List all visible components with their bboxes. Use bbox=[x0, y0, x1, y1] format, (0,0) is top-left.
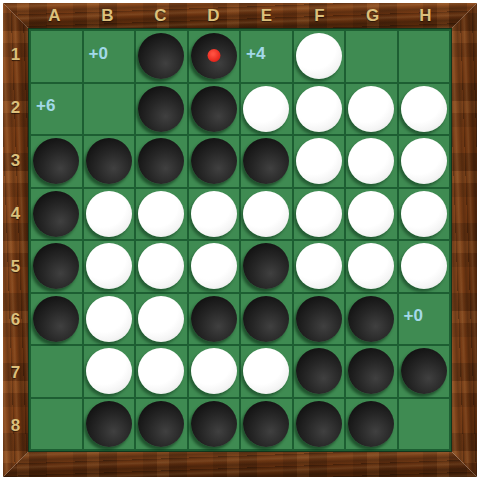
cell-C6[interactable] bbox=[136, 294, 187, 345]
row-label-4: 4 bbox=[3, 187, 28, 240]
board-frame: ABCDEFGH 12345678 +0+4+6+0 bbox=[3, 3, 477, 477]
cell-F8[interactable] bbox=[294, 399, 345, 450]
cell-F4[interactable] bbox=[294, 189, 345, 240]
white-disc-D4 bbox=[191, 191, 237, 237]
cell-C3[interactable] bbox=[136, 136, 187, 187]
cell-G8[interactable] bbox=[346, 399, 397, 450]
white-disc-C5 bbox=[138, 243, 184, 289]
black-disc-F8 bbox=[296, 401, 342, 447]
cell-H6[interactable]: +0 bbox=[399, 294, 450, 345]
white-disc-F2 bbox=[296, 86, 342, 132]
cell-D6[interactable] bbox=[189, 294, 240, 345]
white-disc-B5 bbox=[86, 243, 132, 289]
cell-C8[interactable] bbox=[136, 399, 187, 450]
frame-right-rail bbox=[452, 3, 477, 477]
black-disc-D8 bbox=[191, 401, 237, 447]
col-label-D: D bbox=[187, 3, 240, 28]
cell-E1[interactable]: +4 bbox=[241, 31, 292, 82]
cell-H1[interactable] bbox=[399, 31, 450, 82]
black-disc-G7 bbox=[348, 348, 394, 394]
black-disc-E6 bbox=[243, 296, 289, 342]
white-disc-H2 bbox=[401, 86, 447, 132]
cell-G2[interactable] bbox=[346, 84, 397, 135]
black-disc-F7 bbox=[296, 348, 342, 394]
white-disc-F4 bbox=[296, 191, 342, 237]
white-disc-C6 bbox=[138, 296, 184, 342]
move-evaluation-H6: +0 bbox=[404, 306, 423, 326]
cell-E5[interactable] bbox=[241, 241, 292, 292]
cell-H5[interactable] bbox=[399, 241, 450, 292]
cell-F1[interactable] bbox=[294, 31, 345, 82]
cell-E7[interactable] bbox=[241, 346, 292, 397]
black-disc-H7 bbox=[401, 348, 447, 394]
cell-B4[interactable] bbox=[84, 189, 135, 240]
cell-H8[interactable] bbox=[399, 399, 450, 450]
cell-G5[interactable] bbox=[346, 241, 397, 292]
cell-H2[interactable] bbox=[399, 84, 450, 135]
othello-app-window: ABCDEFGH 12345678 +0+4+6+0 bbox=[0, 0, 480, 480]
cell-E4[interactable] bbox=[241, 189, 292, 240]
othello-board: +0+4+6+0 bbox=[28, 28, 452, 452]
white-disc-G4 bbox=[348, 191, 394, 237]
cell-D3[interactable] bbox=[189, 136, 240, 187]
black-disc-A6 bbox=[33, 296, 79, 342]
black-disc-G6 bbox=[348, 296, 394, 342]
black-disc-C8 bbox=[138, 401, 184, 447]
black-disc-D1 bbox=[191, 33, 237, 79]
cell-A5[interactable] bbox=[31, 241, 82, 292]
black-disc-D2 bbox=[191, 86, 237, 132]
black-disc-C2 bbox=[138, 86, 184, 132]
cell-G7[interactable] bbox=[346, 346, 397, 397]
cell-B6[interactable] bbox=[84, 294, 135, 345]
black-disc-D3 bbox=[191, 138, 237, 184]
cell-B2[interactable] bbox=[84, 84, 135, 135]
black-disc-E5 bbox=[243, 243, 289, 289]
cell-C4[interactable] bbox=[136, 189, 187, 240]
cell-A8[interactable] bbox=[31, 399, 82, 450]
col-label-B: B bbox=[81, 3, 134, 28]
white-disc-G5 bbox=[348, 243, 394, 289]
white-disc-B4 bbox=[86, 191, 132, 237]
black-disc-C1 bbox=[138, 33, 184, 79]
cell-G1[interactable] bbox=[346, 31, 397, 82]
cell-A3[interactable] bbox=[31, 136, 82, 187]
cell-G4[interactable] bbox=[346, 189, 397, 240]
cell-E2[interactable] bbox=[241, 84, 292, 135]
cell-H3[interactable] bbox=[399, 136, 450, 187]
cell-D1[interactable] bbox=[189, 31, 240, 82]
white-disc-F3 bbox=[296, 138, 342, 184]
cell-F5[interactable] bbox=[294, 241, 345, 292]
cell-E6[interactable] bbox=[241, 294, 292, 345]
cell-F6[interactable] bbox=[294, 294, 345, 345]
row-label-8: 8 bbox=[3, 399, 28, 452]
black-disc-A4 bbox=[33, 191, 79, 237]
row-label-6: 6 bbox=[3, 293, 28, 346]
cell-D4[interactable] bbox=[189, 189, 240, 240]
cell-F7[interactable] bbox=[294, 346, 345, 397]
move-evaluation-B1: +0 bbox=[89, 44, 108, 64]
move-evaluation-E1: +4 bbox=[246, 44, 265, 64]
cell-H4[interactable] bbox=[399, 189, 450, 240]
cell-C5[interactable] bbox=[136, 241, 187, 292]
black-disc-A5 bbox=[33, 243, 79, 289]
row-label-7: 7 bbox=[3, 346, 28, 399]
white-disc-C7 bbox=[138, 348, 184, 394]
white-disc-C4 bbox=[138, 191, 184, 237]
cell-C7[interactable] bbox=[136, 346, 187, 397]
frame-bottom-rail bbox=[3, 452, 477, 477]
white-disc-H4 bbox=[401, 191, 447, 237]
cell-B3[interactable] bbox=[84, 136, 135, 187]
cell-A2[interactable]: +6 bbox=[31, 84, 82, 135]
move-evaluation-A2: +6 bbox=[36, 96, 55, 116]
cell-G3[interactable] bbox=[346, 136, 397, 187]
white-disc-E2 bbox=[243, 86, 289, 132]
cell-D2[interactable] bbox=[189, 84, 240, 135]
cell-A7[interactable] bbox=[31, 346, 82, 397]
row-label-2: 2 bbox=[3, 81, 28, 134]
cell-B7[interactable] bbox=[84, 346, 135, 397]
cell-G6[interactable] bbox=[346, 294, 397, 345]
cell-D8[interactable] bbox=[189, 399, 240, 450]
white-disc-B7 bbox=[86, 348, 132, 394]
black-disc-B8 bbox=[86, 401, 132, 447]
col-label-E: E bbox=[240, 3, 293, 28]
cell-F3[interactable] bbox=[294, 136, 345, 187]
row-label-5: 5 bbox=[3, 240, 28, 293]
black-disc-E3 bbox=[243, 138, 289, 184]
white-disc-E4 bbox=[243, 191, 289, 237]
cell-F2[interactable] bbox=[294, 84, 345, 135]
cell-B8[interactable] bbox=[84, 399, 135, 450]
cell-A6[interactable] bbox=[31, 294, 82, 345]
col-label-F: F bbox=[293, 3, 346, 28]
black-disc-D6 bbox=[191, 296, 237, 342]
cell-E3[interactable] bbox=[241, 136, 292, 187]
last-move-marker bbox=[207, 49, 220, 62]
col-label-C: C bbox=[134, 3, 187, 28]
cell-D7[interactable] bbox=[189, 346, 240, 397]
cell-H7[interactable] bbox=[399, 346, 450, 397]
white-disc-F5 bbox=[296, 243, 342, 289]
white-disc-D5 bbox=[191, 243, 237, 289]
col-label-G: G bbox=[346, 3, 399, 28]
cell-E8[interactable] bbox=[241, 399, 292, 450]
black-disc-E8 bbox=[243, 401, 289, 447]
white-disc-G2 bbox=[348, 86, 394, 132]
white-disc-E7 bbox=[243, 348, 289, 394]
white-disc-H3 bbox=[401, 138, 447, 184]
cell-B1[interactable]: +0 bbox=[84, 31, 135, 82]
column-labels: ABCDEFGH bbox=[28, 3, 452, 28]
cell-D5[interactable] bbox=[189, 241, 240, 292]
cell-B5[interactable] bbox=[84, 241, 135, 292]
cell-C2[interactable] bbox=[136, 84, 187, 135]
col-label-H: H bbox=[399, 3, 452, 28]
cell-C1[interactable] bbox=[136, 31, 187, 82]
row-labels: 12345678 bbox=[3, 28, 28, 452]
black-disc-B3 bbox=[86, 138, 132, 184]
row-label-3: 3 bbox=[3, 134, 28, 187]
cell-A4[interactable] bbox=[31, 189, 82, 240]
white-disc-D7 bbox=[191, 348, 237, 394]
white-disc-B6 bbox=[86, 296, 132, 342]
white-disc-F1 bbox=[296, 33, 342, 79]
black-disc-A3 bbox=[33, 138, 79, 184]
white-disc-H5 bbox=[401, 243, 447, 289]
white-disc-G3 bbox=[348, 138, 394, 184]
black-disc-F6 bbox=[296, 296, 342, 342]
col-label-A: A bbox=[28, 3, 81, 28]
row-label-1: 1 bbox=[3, 28, 28, 81]
cell-A1[interactable] bbox=[31, 31, 82, 82]
black-disc-G8 bbox=[348, 401, 394, 447]
black-disc-C3 bbox=[138, 138, 184, 184]
